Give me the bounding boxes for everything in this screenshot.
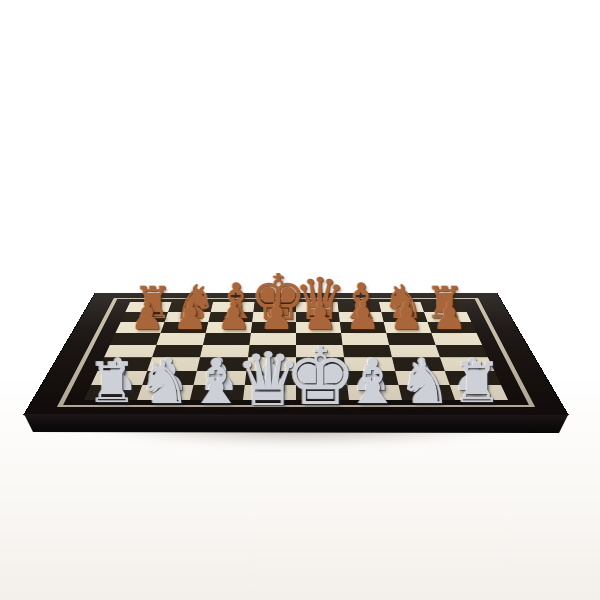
- square-d2: [245, 371, 296, 385]
- square-f3: [344, 357, 395, 370]
- square-e7: [296, 312, 340, 322]
- square-h1: [450, 385, 508, 400]
- square-d3: [246, 357, 296, 370]
- square-d4: [248, 345, 296, 357]
- square-c1: [190, 385, 245, 400]
- square-h3: [440, 357, 494, 370]
- square-g7: [381, 312, 427, 322]
- chess-set-photo: ♜♞♝♚♛♝♞♜♟♟♟♟♟♟♟♟♟♟♟♟♟♟♟♟♜♞♝♛♚♝♞♜: [0, 0, 600, 600]
- square-b1: [137, 385, 194, 400]
- square-g1: [398, 385, 455, 400]
- square-f6: [340, 322, 386, 333]
- square-e2: [296, 371, 347, 385]
- square-g8: [379, 302, 424, 312]
- square-d7: [252, 312, 296, 322]
- square-h7: [424, 312, 472, 322]
- square-h5: [431, 333, 482, 345]
- square-h2: [445, 371, 501, 385]
- square-h8: [420, 302, 466, 312]
- square-f1: [347, 385, 402, 400]
- square-b7: [164, 312, 210, 322]
- square-g6: [384, 322, 432, 333]
- square-a6: [115, 322, 164, 333]
- square-d6: [251, 322, 296, 333]
- square-b2: [142, 371, 197, 385]
- board-perspective-wrap: [38, 87, 554, 600]
- square-a1: [84, 385, 142, 400]
- square-f5: [341, 333, 389, 345]
- square-a4: [104, 345, 156, 357]
- square-c2: [194, 371, 247, 385]
- square-c5: [203, 333, 251, 345]
- square-a5: [110, 333, 161, 345]
- square-g3: [392, 357, 445, 370]
- square-e4: [296, 345, 344, 357]
- square-e5: [296, 333, 343, 345]
- square-a8: [125, 302, 171, 312]
- square-d5: [249, 333, 296, 345]
- square-a7: [121, 312, 169, 322]
- board-grid: [84, 302, 508, 400]
- square-h4: [436, 345, 488, 357]
- square-b3: [147, 357, 200, 370]
- square-a3: [98, 357, 152, 370]
- board-side-face: [0, 412, 600, 435]
- square-g2: [395, 371, 450, 385]
- square-f2: [346, 371, 399, 385]
- square-b6: [161, 322, 209, 333]
- square-f8: [337, 302, 381, 312]
- chess-board: [24, 293, 568, 415]
- square-b4: [152, 345, 203, 357]
- square-e3: [296, 357, 346, 370]
- square-a2: [91, 371, 147, 385]
- square-c3: [197, 357, 248, 370]
- square-g4: [389, 345, 440, 357]
- square-f7: [339, 312, 384, 322]
- square-c4: [200, 345, 249, 357]
- square-c6: [206, 322, 252, 333]
- square-b8: [168, 302, 213, 312]
- square-e6: [296, 322, 341, 333]
- square-e8: [296, 302, 339, 312]
- square-f4: [343, 345, 392, 357]
- square-d1: [243, 385, 296, 400]
- square-d8: [253, 302, 296, 312]
- square-b5: [156, 333, 205, 345]
- square-g5: [386, 333, 435, 345]
- square-c7: [208, 312, 253, 322]
- square-e1: [296, 385, 349, 400]
- square-h6: [428, 322, 477, 333]
- square-c8: [211, 302, 255, 312]
